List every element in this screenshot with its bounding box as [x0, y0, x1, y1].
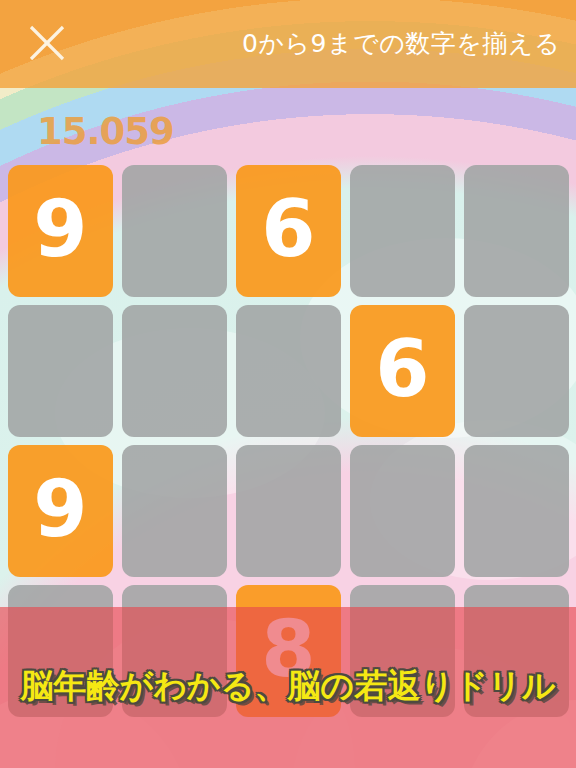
empty-cell [122, 305, 227, 437]
empty-cell [236, 445, 341, 577]
number-tile[interactable]: 9 [8, 165, 113, 297]
number-tile[interactable]: 6 [236, 165, 341, 297]
tile-digit: 6 [375, 330, 429, 412]
game-screen: 0から9までの数字を揃える 15.059 96698 脳年齢がわかる、脳の若返り… [0, 0, 576, 768]
empty-cell [236, 305, 341, 437]
empty-cell [350, 445, 455, 577]
ad-banner[interactable]: 脳年齢がわかる、脳の若返りドリル [0, 607, 576, 768]
empty-cell [122, 445, 227, 577]
tile-digit: 9 [33, 470, 87, 552]
empty-cell [464, 165, 569, 297]
number-tile[interactable]: 6 [350, 305, 455, 437]
empty-cell [464, 445, 569, 577]
tile-digit: 6 [261, 190, 315, 272]
empty-cell [122, 165, 227, 297]
empty-cell [464, 305, 569, 437]
top-bar: 0から9までの数字を揃える [0, 0, 576, 88]
timer-display: 15.059 [37, 110, 174, 153]
ad-banner-text: 脳年齢がわかる、脳の若返りドリル [0, 664, 576, 709]
close-button[interactable] [24, 20, 70, 66]
tile-digit: 9 [33, 190, 87, 272]
page-title: 0から9までの数字を揃える [242, 0, 560, 88]
close-icon [24, 20, 70, 66]
empty-cell [8, 305, 113, 437]
number-tile[interactable]: 9 [8, 445, 113, 577]
empty-cell [350, 165, 455, 297]
